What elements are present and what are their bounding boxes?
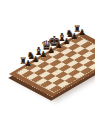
chess-set-photo: ♜♞♝♛♚♝♞♜♟♟♟♟♟♟♟♟ [0, 0, 95, 126]
board-frame [9, 32, 95, 97]
board-squares [17, 37, 95, 93]
chess-board [9, 32, 95, 97]
